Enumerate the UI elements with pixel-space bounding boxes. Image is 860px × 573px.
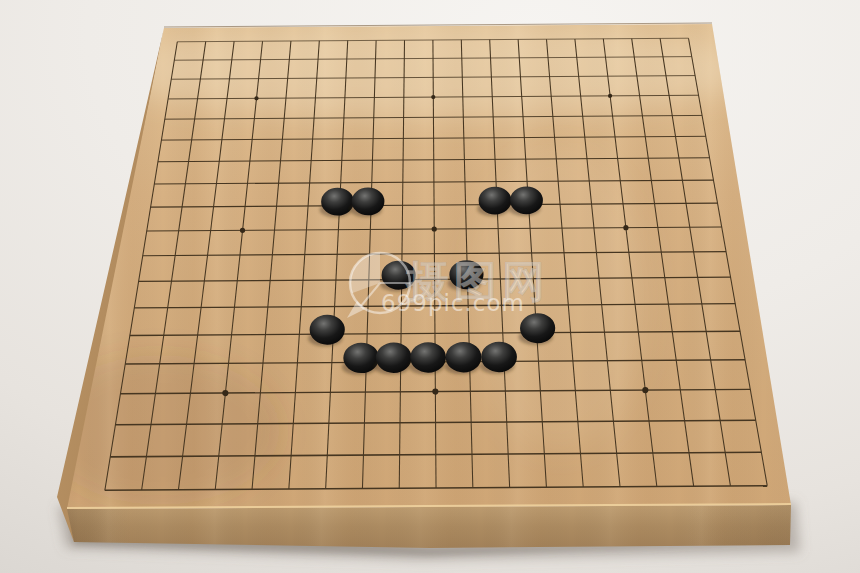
- star-point: [431, 95, 435, 99]
- star-point: [432, 226, 437, 231]
- star-point: [254, 96, 258, 100]
- go-stone-black: [481, 342, 517, 373]
- go-stone-black: [376, 342, 412, 373]
- star-point: [240, 228, 245, 233]
- go-board-photo: 摄图网 699pic.com: [0, 0, 860, 573]
- go-stone-black: [343, 343, 379, 374]
- go-stone-black: [510, 186, 543, 214]
- go-stone-black: [479, 187, 512, 215]
- star-point: [222, 390, 228, 396]
- go-stone-black: [352, 187, 385, 215]
- watermark-url: 699pic.com: [381, 290, 525, 316]
- go-stone-black: [520, 313, 555, 343]
- go-stone-black: [446, 342, 482, 373]
- star-point: [642, 387, 648, 393]
- star-point: [432, 389, 438, 395]
- star-point: [608, 94, 612, 98]
- go-stone-black: [321, 188, 354, 216]
- go-stone-black: [410, 342, 446, 373]
- go-stone-black: [310, 315, 345, 345]
- go-board-photo-scene: 摄图网 699pic.com: [0, 0, 860, 573]
- star-point: [623, 225, 628, 230]
